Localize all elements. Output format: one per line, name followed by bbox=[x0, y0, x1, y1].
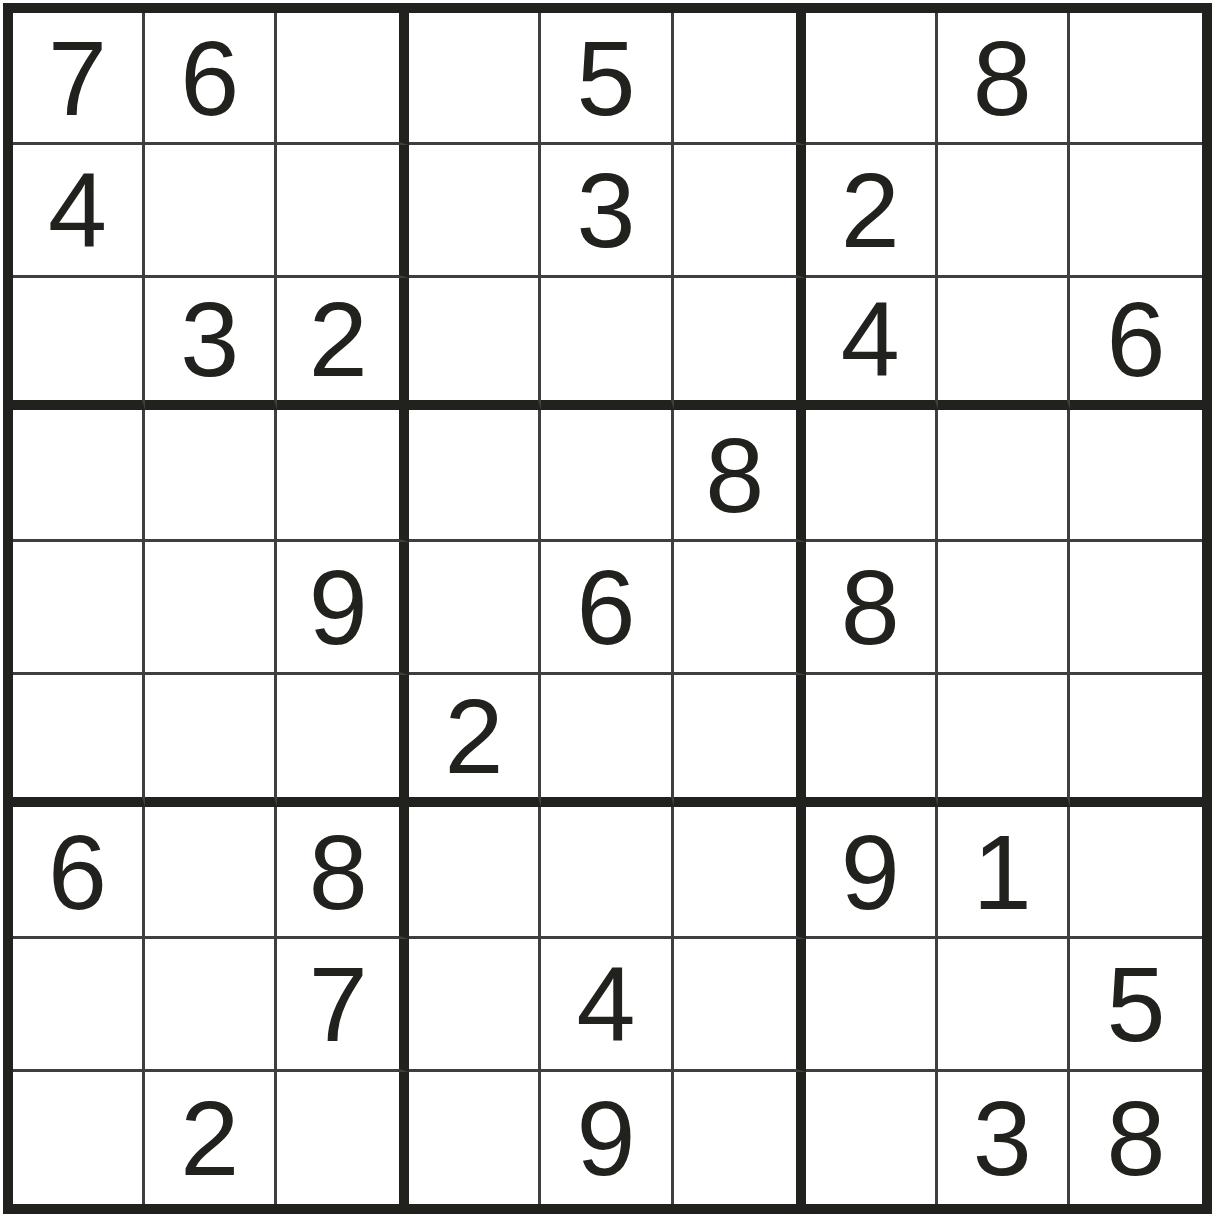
given-digit: 2 bbox=[841, 157, 900, 263]
cell-r6c7[interactable] bbox=[806, 675, 938, 807]
cell-r2c1[interactable]: 4 bbox=[13, 145, 145, 277]
cell-r9c5[interactable]: 9 bbox=[541, 1072, 673, 1204]
cell-r8c2[interactable] bbox=[145, 939, 277, 1071]
cell-r9c7[interactable] bbox=[806, 1072, 938, 1204]
cell-r7c1[interactable]: 6 bbox=[13, 807, 145, 939]
cell-r5c7[interactable]: 8 bbox=[806, 542, 938, 674]
cell-r2c8[interactable] bbox=[938, 145, 1070, 277]
cell-r7c9[interactable] bbox=[1070, 807, 1202, 939]
cell-r7c3[interactable]: 8 bbox=[277, 807, 409, 939]
cell-r6c3[interactable] bbox=[277, 675, 409, 807]
cell-r9c9[interactable]: 8 bbox=[1070, 1072, 1202, 1204]
cell-r8c3[interactable]: 7 bbox=[277, 939, 409, 1071]
cell-r3c4[interactable] bbox=[409, 278, 541, 410]
cell-r3c7[interactable]: 4 bbox=[806, 278, 938, 410]
given-digit: 9 bbox=[841, 819, 900, 925]
given-digit: 8 bbox=[309, 819, 368, 925]
cell-r6c8[interactable] bbox=[938, 675, 1070, 807]
cell-r4c6[interactable]: 8 bbox=[674, 410, 806, 542]
given-digit: 5 bbox=[1106, 951, 1165, 1057]
given-digit: 4 bbox=[577, 951, 636, 1057]
cell-r3c3[interactable]: 2 bbox=[277, 278, 409, 410]
cell-r4c4[interactable] bbox=[409, 410, 541, 542]
cell-r1c9[interactable] bbox=[1070, 13, 1202, 145]
cell-r1c7[interactable] bbox=[806, 13, 938, 145]
cell-r9c8[interactable]: 3 bbox=[938, 1072, 1070, 1204]
cell-r5c8[interactable] bbox=[938, 542, 1070, 674]
cell-r8c5[interactable]: 4 bbox=[541, 939, 673, 1071]
cell-r2c2[interactable] bbox=[145, 145, 277, 277]
given-digit: 5 bbox=[577, 25, 636, 131]
cell-r2c4[interactable] bbox=[409, 145, 541, 277]
cell-r1c2[interactable]: 6 bbox=[145, 13, 277, 145]
given-digit: 9 bbox=[577, 1085, 636, 1191]
given-digit: 6 bbox=[48, 819, 107, 925]
given-digit: 7 bbox=[309, 951, 368, 1057]
cell-r5c5[interactable]: 6 bbox=[541, 542, 673, 674]
given-digit: 6 bbox=[180, 25, 239, 131]
given-digit: 8 bbox=[1106, 1085, 1165, 1191]
cell-r4c7[interactable] bbox=[806, 410, 938, 542]
cell-r8c8[interactable] bbox=[938, 939, 1070, 1071]
cell-r4c5[interactable] bbox=[541, 410, 673, 542]
cell-r6c6[interactable] bbox=[674, 675, 806, 807]
cell-r8c1[interactable] bbox=[13, 939, 145, 1071]
given-digit: 6 bbox=[577, 554, 636, 660]
cell-r5c1[interactable] bbox=[13, 542, 145, 674]
cell-r5c6[interactable] bbox=[674, 542, 806, 674]
cell-r7c8[interactable]: 1 bbox=[938, 807, 1070, 939]
cell-r6c1[interactable] bbox=[13, 675, 145, 807]
given-digit: 4 bbox=[841, 286, 900, 392]
given-digit: 1 bbox=[973, 819, 1032, 925]
given-digit: 8 bbox=[973, 25, 1032, 131]
given-digit: 8 bbox=[841, 554, 900, 660]
cell-r3c6[interactable] bbox=[674, 278, 806, 410]
cell-r4c1[interactable] bbox=[13, 410, 145, 542]
given-digit: 3 bbox=[973, 1085, 1032, 1191]
cell-r9c4[interactable] bbox=[409, 1072, 541, 1204]
page: 765843232468968268917452938 bbox=[0, 0, 1214, 1221]
cell-r3c1[interactable] bbox=[13, 278, 145, 410]
cell-r9c6[interactable] bbox=[674, 1072, 806, 1204]
given-digit: 9 bbox=[309, 554, 368, 660]
cell-r8c9[interactable]: 5 bbox=[1070, 939, 1202, 1071]
cell-r7c4[interactable] bbox=[409, 807, 541, 939]
cell-r6c4[interactable]: 2 bbox=[409, 675, 541, 807]
cell-r4c3[interactable] bbox=[277, 410, 409, 542]
cell-r9c2[interactable]: 2 bbox=[145, 1072, 277, 1204]
given-digit: 6 bbox=[1106, 286, 1165, 392]
given-digit: 8 bbox=[705, 422, 764, 528]
cell-r6c5[interactable] bbox=[541, 675, 673, 807]
given-digit: 2 bbox=[180, 1085, 239, 1191]
cell-r1c4[interactable] bbox=[409, 13, 541, 145]
cell-r6c2[interactable] bbox=[145, 675, 277, 807]
cell-r7c5[interactable] bbox=[541, 807, 673, 939]
cell-r8c6[interactable] bbox=[674, 939, 806, 1071]
cell-r5c2[interactable] bbox=[145, 542, 277, 674]
cell-r8c4[interactable] bbox=[409, 939, 541, 1071]
cell-r5c9[interactable] bbox=[1070, 542, 1202, 674]
cell-r7c7[interactable]: 9 bbox=[806, 807, 938, 939]
given-digit: 7 bbox=[48, 25, 107, 131]
cell-r2c9[interactable] bbox=[1070, 145, 1202, 277]
cell-r3c5[interactable] bbox=[541, 278, 673, 410]
cell-r7c6[interactable] bbox=[674, 807, 806, 939]
cell-r7c2[interactable] bbox=[145, 807, 277, 939]
cell-r1c1[interactable]: 7 bbox=[13, 13, 145, 145]
cell-r5c3[interactable]: 9 bbox=[277, 542, 409, 674]
cell-r3c8[interactable] bbox=[938, 278, 1070, 410]
given-digit: 4 bbox=[48, 157, 107, 263]
cell-r9c1[interactable] bbox=[13, 1072, 145, 1204]
cell-r8c7[interactable] bbox=[806, 939, 938, 1071]
cell-r9c3[interactable] bbox=[277, 1072, 409, 1204]
cell-r3c2[interactable]: 3 bbox=[145, 278, 277, 410]
given-digit: 3 bbox=[180, 286, 239, 392]
cell-r2c3[interactable] bbox=[277, 145, 409, 277]
cell-r1c8[interactable]: 8 bbox=[938, 13, 1070, 145]
cell-r1c6[interactable] bbox=[674, 13, 806, 145]
cell-r5c4[interactable] bbox=[409, 542, 541, 674]
cell-r2c6[interactable] bbox=[674, 145, 806, 277]
given-digit: 2 bbox=[309, 286, 368, 392]
cell-r1c5[interactable]: 5 bbox=[541, 13, 673, 145]
cell-r6c9[interactable] bbox=[1070, 675, 1202, 807]
cell-r2c5[interactable]: 3 bbox=[541, 145, 673, 277]
cell-r2c7[interactable]: 2 bbox=[806, 145, 938, 277]
sudoku-board: 765843232468968268917452938 bbox=[3, 3, 1212, 1214]
cell-r4c8[interactable] bbox=[938, 410, 1070, 542]
cell-r4c9[interactable] bbox=[1070, 410, 1202, 542]
cell-r1c3[interactable] bbox=[277, 13, 409, 145]
given-digit: 2 bbox=[444, 683, 503, 789]
cell-r3c9[interactable]: 6 bbox=[1070, 278, 1202, 410]
cell-r4c2[interactable] bbox=[145, 410, 277, 542]
given-digit: 3 bbox=[577, 157, 636, 263]
